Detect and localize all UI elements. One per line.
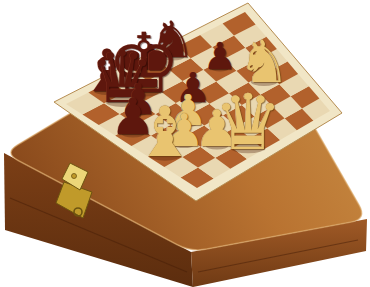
travel-chess-set-photo: ♝♛♚♟♞♟♟♟♟♞♛♟♟♟♝ <box>0 0 370 287</box>
clasp-stud <box>72 174 77 179</box>
piece-w-q-d1[interactable]: ♛ <box>213 84 282 161</box>
piece-w-b-a3[interactable]: ♝ <box>134 98 196 167</box>
